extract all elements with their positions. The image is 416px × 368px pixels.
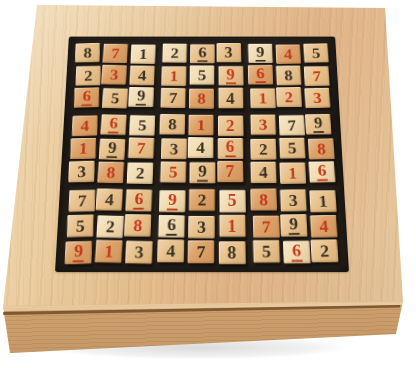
tile-digit: 7 (261, 218, 270, 235)
box-2-1: 465197382 (69, 114, 155, 183)
tile-digit: 2 (105, 218, 115, 235)
tile-digit: 3 (224, 46, 232, 61)
tile-digit: 1 (288, 165, 297, 181)
tile-r6c9[interactable]: 6 (308, 161, 336, 183)
tile-digit: 2 (259, 141, 268, 157)
tile-digit: 3 (288, 193, 298, 210)
tile-digit: 7 (169, 91, 178, 106)
tile-r9c3[interactable]: 3 (125, 240, 153, 264)
tile-r6c8[interactable]: 1 (279, 162, 306, 184)
tile-digit: 2 (226, 118, 235, 133)
tile-r5c5[interactable]: 4 (188, 137, 214, 158)
tile-r1c3[interactable]: 1 (131, 44, 157, 64)
tile-r5c2[interactable]: 9 (99, 138, 126, 160)
tile-digit: 2 (198, 192, 207, 209)
tile-r8c2[interactable]: 2 (96, 215, 124, 238)
tile-digit: 4 (319, 218, 329, 235)
tile-r2c7[interactable]: 6 (247, 65, 273, 85)
tile-digit: 3 (170, 141, 179, 157)
tile-r9c2[interactable]: 1 (95, 239, 123, 263)
tile-r2c3[interactable]: 4 (129, 66, 155, 86)
tile-r1c8[interactable]: 4 (275, 44, 301, 64)
tile-r1c2[interactable]: 7 (102, 43, 128, 63)
tile-r1c6[interactable]: 3 (216, 43, 241, 63)
tile-r2c9[interactable]: 7 (304, 66, 330, 86)
box-1-1: 871234659 (73, 44, 156, 109)
tile-r2c4[interactable]: 1 (161, 66, 186, 86)
tile-r3c4[interactable]: 7 (161, 88, 187, 109)
tile-r7c4[interactable]: 9 (159, 190, 186, 212)
tile-digit: 5 (311, 46, 320, 61)
tile-r5c7[interactable]: 2 (250, 139, 276, 160)
tile-digit: 4 (259, 164, 268, 180)
tile-digit: 1 (197, 117, 206, 133)
tile-r9c9[interactable]: 2 (310, 239, 338, 263)
tile-digit: 1 (79, 140, 88, 156)
tile-digit: 6 (133, 192, 144, 210)
tile-digit: 8 (106, 164, 116, 180)
tile-digit: 1 (139, 47, 148, 62)
tile-digit: 9 (73, 243, 84, 262)
tile-r6c1[interactable]: 3 (68, 161, 95, 183)
tile-r4c8[interactable]: 7 (278, 115, 305, 136)
tile-r1c1[interactable]: 8 (75, 43, 100, 63)
tile-digit: 8 (198, 92, 206, 107)
tile-digit: 2 (136, 165, 145, 181)
tile-digit: 7 (226, 164, 235, 180)
tile-r8c6[interactable]: 1 (219, 214, 246, 237)
tile-digit: 5 (138, 117, 147, 133)
tile-digit: 2 (84, 69, 93, 84)
tile-digit: 3 (313, 91, 322, 106)
tile-r3c1[interactable]: 6 (74, 88, 100, 109)
tile-digit: 9 (225, 68, 235, 84)
tile-r6c3[interactable]: 2 (127, 162, 154, 184)
tile-r3c5[interactable]: 8 (189, 89, 214, 109)
tile-r2c8[interactable]: 8 (275, 66, 301, 86)
tile-digit: 9 (198, 164, 209, 182)
tile-digit: 8 (259, 192, 268, 209)
tile-r7c2[interactable]: 4 (96, 189, 124, 212)
tile-r9c6[interactable]: 8 (218, 241, 245, 264)
grid-perspective-wrap: 8712346592631597849456871234651973828123… (55, 37, 349, 272)
tile-r5c4[interactable]: 3 (161, 138, 187, 160)
tile-digit: 2 (171, 46, 180, 61)
tile-r2c2[interactable]: 3 (101, 65, 127, 85)
sudoku-grid: 8712346592631597849456871234651973828123… (55, 37, 349, 272)
tile-digit: 4 (166, 242, 175, 259)
tile-r3c7[interactable]: 1 (250, 88, 276, 108)
tile-r8c4[interactable]: 6 (158, 215, 185, 238)
box-1-3: 945687123 (248, 44, 331, 109)
sudoku-board-photo: 8712346592631597849456871234651973828123… (0, 0, 416, 368)
tile-digit: 8 (284, 68, 293, 83)
tile-r1c5[interactable]: 6 (190, 44, 215, 64)
tile-r1c9[interactable]: 5 (303, 43, 329, 63)
tile-digit: 9 (255, 46, 266, 62)
tile-digit: 5 (228, 193, 237, 209)
tile-digit: 6 (225, 140, 236, 157)
tile-digit: 9 (312, 116, 324, 133)
tile-r3c8[interactable]: 2 (276, 87, 302, 108)
tile-r6c2[interactable]: 8 (97, 161, 124, 183)
tile-r4c9[interactable]: 9 (305, 113, 332, 134)
tile-r4c6[interactable]: 2 (218, 115, 244, 136)
box-3-2: 925631478 (158, 190, 245, 264)
tile-digit: 6 (255, 67, 266, 83)
tile-digit: 8 (316, 141, 326, 157)
tile-r9c5[interactable]: 7 (188, 240, 215, 263)
tile-r4c2[interactable]: 6 (100, 114, 127, 135)
tile-digit: 1 (228, 217, 237, 234)
tile-digit: 3 (77, 164, 86, 180)
tile-r1c4[interactable]: 2 (162, 43, 187, 63)
tile-digit: 8 (168, 116, 177, 132)
box-3-1: 746528913 (64, 190, 153, 264)
tile-r1c7[interactable]: 9 (247, 44, 272, 64)
tile-digit: 5 (198, 68, 206, 83)
box-2-3: 379258416 (249, 114, 335, 183)
tile-digit: 2 (319, 242, 329, 259)
tile-r4c1[interactable]: 4 (72, 115, 98, 136)
tile-r7c6[interactable]: 5 (219, 190, 246, 212)
tile-digit: 6 (81, 90, 92, 107)
tile-r8c9[interactable]: 4 (310, 214, 338, 237)
tile-r9c1[interactable]: 9 (65, 241, 92, 265)
tile-digit: 9 (167, 193, 178, 211)
tile-r4c4[interactable]: 8 (160, 114, 186, 135)
tile-digit: 6 (166, 217, 177, 235)
tile-r7c7[interactable]: 8 (250, 189, 277, 211)
tile-digit: 7 (287, 117, 296, 133)
tile-digit: 7 (111, 46, 120, 61)
tile-digit: 1 (104, 243, 114, 260)
tile-digit: 7 (77, 193, 86, 210)
tile-digit: 4 (197, 140, 206, 156)
tile-r8c7[interactable]: 7 (252, 215, 279, 238)
tile-r3c6[interactable]: 4 (218, 88, 243, 108)
tile-r5c9[interactable]: 8 (308, 138, 335, 160)
tile-r9c4[interactable]: 4 (157, 239, 184, 262)
tile-r5c6[interactable]: 6 (217, 138, 243, 159)
tile-r8c5[interactable]: 3 (189, 215, 216, 238)
tile-digit: 7 (197, 243, 206, 260)
tile-digit: 4 (138, 68, 147, 83)
tile-r7c1[interactable]: 7 (69, 190, 96, 213)
tile-digit: 6 (108, 116, 119, 133)
tile-digit: 4 (226, 90, 235, 105)
box-1-2: 263159784 (161, 44, 243, 109)
tile-r3c9[interactable]: 3 (304, 88, 331, 109)
tile-r4c7[interactable]: 3 (250, 114, 276, 135)
tile-digit: 8 (83, 45, 92, 60)
tile-digit: 6 (291, 243, 303, 262)
tile-digit: 6 (316, 163, 328, 181)
tile-r8c3[interactable]: 8 (124, 214, 152, 237)
tile-digit: 5 (261, 243, 270, 260)
tile-r7c3[interactable]: 6 (125, 190, 152, 213)
tile-r8c1[interactable]: 5 (67, 214, 94, 237)
tile-digit: 1 (170, 69, 179, 84)
tile-r7c9[interactable]: 1 (309, 190, 337, 213)
tile-r2c6[interactable]: 9 (218, 66, 243, 86)
tile-r4c3[interactable]: 5 (129, 115, 155, 136)
tile-r6c7[interactable]: 4 (250, 162, 277, 184)
tile-r5c3[interactable]: 7 (128, 137, 155, 159)
tile-digit: 3 (258, 117, 267, 133)
tile-r3c2[interactable]: 5 (102, 88, 129, 109)
tile-digit: 7 (137, 140, 146, 156)
tile-digit: 9 (107, 141, 119, 158)
tile-r6c5[interactable]: 9 (190, 162, 216, 184)
tile-digit: 1 (318, 193, 328, 210)
tile-r6c4[interactable]: 5 (160, 161, 187, 183)
tile-r5c8[interactable]: 5 (279, 137, 306, 159)
tile-r7c8[interactable]: 3 (279, 190, 306, 212)
tile-digit: 9 (288, 216, 300, 234)
tile-digit: 2 (284, 90, 293, 105)
tile-digit: 5 (169, 164, 178, 180)
tile-digit: 3 (110, 67, 119, 82)
tile-digit: 5 (76, 217, 85, 234)
tile-digit: 9 (136, 89, 147, 106)
tile-digit: 5 (287, 140, 296, 156)
tile-digit: 4 (284, 47, 293, 62)
tile-digit: 5 (110, 91, 119, 106)
tile-digit: 7 (312, 69, 321, 84)
box-3-3: 831794562 (251, 190, 340, 264)
tile-r2c1[interactable]: 2 (76, 66, 101, 86)
tile-r2c5[interactable]: 5 (190, 65, 215, 85)
tile-digit: 8 (133, 217, 143, 234)
box-2-2: 812346597 (160, 114, 244, 183)
tile-digit: 4 (105, 192, 115, 209)
tile-r4c5[interactable]: 1 (189, 114, 215, 135)
tile-digit: 3 (197, 218, 206, 235)
tile-digit: 8 (227, 244, 236, 261)
tile-digit: 1 (258, 91, 267, 106)
tile-r3c3[interactable]: 9 (128, 87, 154, 108)
tile-digit: 4 (80, 118, 89, 134)
tile-r9c8[interactable]: 6 (283, 240, 311, 263)
tile-digit: 3 (134, 243, 144, 260)
tile-r9c7[interactable]: 5 (252, 240, 280, 263)
tile-r8c8[interactable]: 9 (280, 214, 308, 237)
tile-r5c1[interactable]: 1 (70, 138, 96, 160)
tile-digit: 6 (198, 46, 208, 62)
tile-r6c6[interactable]: 7 (217, 161, 243, 183)
tile-r7c5[interactable]: 2 (189, 189, 215, 211)
